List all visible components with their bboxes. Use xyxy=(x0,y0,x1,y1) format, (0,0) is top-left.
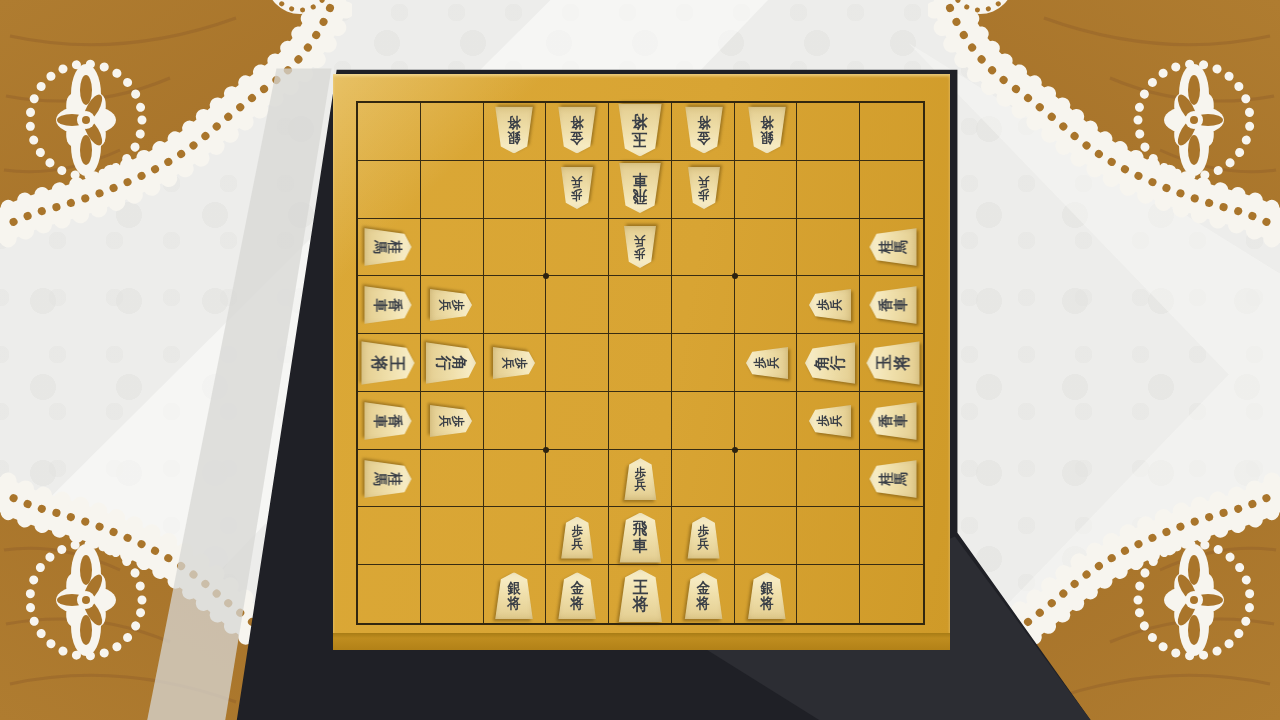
grid-cell[interactable] xyxy=(797,219,860,277)
grid-cell[interactable] xyxy=(358,276,421,334)
grid-cell[interactable] xyxy=(672,276,735,334)
grid-cell[interactable] xyxy=(484,219,547,277)
grid-cell[interactable] xyxy=(735,334,798,392)
grid-cell[interactable] xyxy=(546,103,609,161)
grid-cell[interactable] xyxy=(735,103,798,161)
grid-cell[interactable] xyxy=(735,450,798,508)
grid-cell[interactable] xyxy=(484,334,547,392)
grid-cell[interactable] xyxy=(421,565,484,623)
grid-cell[interactable] xyxy=(546,219,609,277)
grid-cell[interactable] xyxy=(546,276,609,334)
grid-cell[interactable] xyxy=(484,565,547,623)
grid-cell[interactable] xyxy=(484,276,547,334)
grid-cell[interactable] xyxy=(797,276,860,334)
grid-cell[interactable] xyxy=(358,103,421,161)
grid-cell[interactable] xyxy=(797,565,860,623)
scene: 銀将金将玉将金将銀将歩兵飛車歩兵桂馬歩兵桂馬香車歩兵歩兵香車王将角行歩兵歩兵角行… xyxy=(0,0,1280,720)
lace-doily-top-left xyxy=(0,0,352,262)
grid-cell[interactable] xyxy=(484,103,547,161)
grid-cell[interactable] xyxy=(609,334,672,392)
grid-cell[interactable] xyxy=(735,161,798,219)
grid-cell[interactable] xyxy=(421,507,484,565)
grid-cell[interactable] xyxy=(358,219,421,277)
grid-cell[interactable] xyxy=(860,334,923,392)
grid-cell[interactable] xyxy=(358,392,421,450)
grid-cell[interactable] xyxy=(421,161,484,219)
grid-cell[interactable] xyxy=(735,219,798,277)
grid-cell[interactable] xyxy=(797,507,860,565)
grid-cell[interactable] xyxy=(609,276,672,334)
grid-cell[interactable] xyxy=(735,507,798,565)
grid-cell[interactable] xyxy=(672,450,735,508)
grid-cell[interactable] xyxy=(421,276,484,334)
grid-cell[interactable] xyxy=(546,507,609,565)
grid-cell[interactable] xyxy=(672,103,735,161)
grid-cell[interactable] xyxy=(358,565,421,623)
grid-cell[interactable] xyxy=(860,276,923,334)
board-side-face xyxy=(333,633,950,650)
grid-cell[interactable] xyxy=(358,161,421,219)
grid-cell[interactable] xyxy=(860,161,923,219)
grid-cell[interactable] xyxy=(609,161,672,219)
grid-cell[interactable] xyxy=(609,507,672,565)
grid-cell[interactable] xyxy=(484,161,547,219)
grid-cell[interactable] xyxy=(797,334,860,392)
grid-cell[interactable] xyxy=(609,450,672,508)
grid-cell[interactable] xyxy=(609,565,672,623)
grid-cell[interactable] xyxy=(546,565,609,623)
grid-cell[interactable] xyxy=(546,450,609,508)
board-grid xyxy=(356,101,925,625)
lace-doily-bottom-right xyxy=(928,458,1280,720)
grid-cell[interactable] xyxy=(421,219,484,277)
grid-cell[interactable] xyxy=(358,450,421,508)
grid-cell[interactable] xyxy=(672,565,735,623)
grid-cell[interactable] xyxy=(546,161,609,219)
grid-cell[interactable] xyxy=(797,161,860,219)
grid-cell[interactable] xyxy=(860,507,923,565)
grid-cell[interactable] xyxy=(609,392,672,450)
grid-cell[interactable] xyxy=(421,392,484,450)
grid-cell[interactable] xyxy=(672,334,735,392)
grid-cell[interactable] xyxy=(358,507,421,565)
grid-cell[interactable] xyxy=(546,334,609,392)
grid-cell[interactable] xyxy=(735,392,798,450)
grid-cell[interactable] xyxy=(484,450,547,508)
lace-doily-bottom-left xyxy=(0,458,352,720)
grid-cell[interactable] xyxy=(358,334,421,392)
grid-cell[interactable] xyxy=(421,103,484,161)
grid-cell[interactable] xyxy=(421,450,484,508)
shogi-board xyxy=(333,74,950,650)
grid-cell[interactable] xyxy=(672,392,735,450)
grid-cell[interactable] xyxy=(609,219,672,277)
grid-cell[interactable] xyxy=(797,103,860,161)
grid-cell[interactable] xyxy=(797,450,860,508)
grid-cell[interactable] xyxy=(735,276,798,334)
grid-cell[interactable] xyxy=(860,392,923,450)
grid-cell[interactable] xyxy=(860,103,923,161)
lace-doily-top-right xyxy=(928,0,1280,262)
grid-cell[interactable] xyxy=(421,334,484,392)
grid-cell[interactable] xyxy=(484,392,547,450)
grid-cell[interactable] xyxy=(860,219,923,277)
grid-cell[interactable] xyxy=(735,565,798,623)
grid-cell[interactable] xyxy=(609,103,672,161)
grid-cell[interactable] xyxy=(860,450,923,508)
grid-cell[interactable] xyxy=(546,392,609,450)
grid-cell[interactable] xyxy=(672,219,735,277)
grid-cell[interactable] xyxy=(484,507,547,565)
grid-cell[interactable] xyxy=(860,565,923,623)
grid-cell[interactable] xyxy=(672,161,735,219)
grid-cell[interactable] xyxy=(797,392,860,450)
grid-cell[interactable] xyxy=(672,507,735,565)
